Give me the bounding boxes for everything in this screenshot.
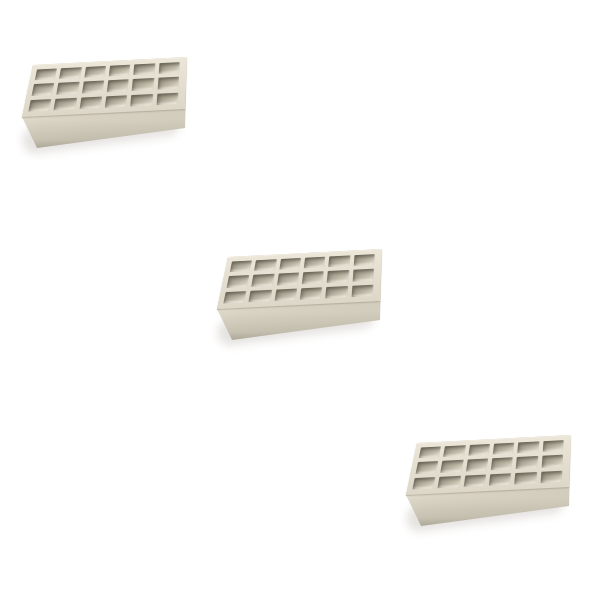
- tray-compartment: [134, 63, 156, 75]
- tray-compartment: [82, 81, 104, 93]
- tray-compartment: [468, 444, 490, 456]
- tray-3-top-face: [406, 435, 571, 495]
- jewelry-tray-3: [406, 435, 573, 533]
- tray-3-rim: [406, 435, 571, 495]
- tray-compartment: [35, 68, 58, 80]
- tray-compartment: [109, 65, 131, 77]
- tray-1-rim: [22, 57, 187, 117]
- tray-compartment: [493, 443, 515, 455]
- tray-compartment: [249, 289, 272, 302]
- jewelry-tray-2: [217, 249, 384, 347]
- tray-2-rim: [217, 249, 382, 309]
- tray-compartment: [28, 99, 51, 112]
- tray-compartment: [516, 456, 538, 468]
- tray-compartment: [514, 472, 536, 485]
- tray-compartment: [279, 258, 301, 270]
- tray-compartment: [304, 257, 326, 269]
- tray-compartment: [441, 460, 464, 472]
- tray-compartment: [352, 269, 374, 281]
- tray-compartment: [542, 440, 563, 452]
- tray-compartment: [438, 475, 461, 488]
- tray-compartment: [132, 78, 154, 90]
- tray-compartment: [327, 270, 349, 282]
- tray-compartment: [274, 288, 297, 301]
- tray-compartment: [541, 455, 563, 467]
- tray-compartment: [230, 260, 253, 272]
- tray-compartment: [419, 446, 442, 458]
- tray-3-compartment-grid: [412, 440, 563, 489]
- tray-compartment: [57, 82, 80, 94]
- tray-1-top-face: [22, 57, 187, 117]
- tray-compartment: [540, 470, 562, 483]
- tray-2-compartment-grid: [223, 254, 374, 303]
- tray-compartment: [416, 461, 439, 473]
- tray-compartment: [252, 274, 275, 286]
- tray-compartment: [351, 284, 373, 297]
- tray-compartment: [107, 80, 129, 92]
- tray-1-compartment-grid: [28, 62, 179, 111]
- tray-compartment: [466, 459, 488, 471]
- tray-compartment: [32, 83, 55, 95]
- tray-compartment: [302, 272, 324, 284]
- tray-compartment: [518, 441, 540, 453]
- tray-compartment: [84, 66, 106, 78]
- tray-compartment: [59, 67, 81, 79]
- tray-compartment: [130, 94, 152, 107]
- tray-compartment: [329, 255, 351, 267]
- tray-compartment: [300, 287, 323, 300]
- tray-compartment: [491, 458, 513, 470]
- tray-compartment: [353, 254, 374, 266]
- jewelry-tray-1: [22, 57, 189, 155]
- tray-compartment: [227, 275, 250, 287]
- tray-compartment: [325, 286, 347, 299]
- tray-compartment: [443, 445, 465, 457]
- tray-compartment: [105, 95, 128, 108]
- tray-compartment: [54, 97, 77, 110]
- tray-compartment: [157, 77, 179, 89]
- tray-compartment: [412, 477, 435, 490]
- tray-compartment: [156, 92, 178, 105]
- tray-compartment: [489, 473, 512, 486]
- product-photo-canvas: [0, 0, 600, 600]
- tray-compartment: [223, 291, 246, 304]
- tray-2-top-face: [217, 249, 382, 309]
- tray-compartment: [254, 259, 276, 271]
- tray-compartment: [158, 62, 179, 74]
- tray-compartment: [79, 96, 102, 109]
- tray-compartment: [463, 474, 486, 487]
- tray-compartment: [277, 273, 299, 285]
